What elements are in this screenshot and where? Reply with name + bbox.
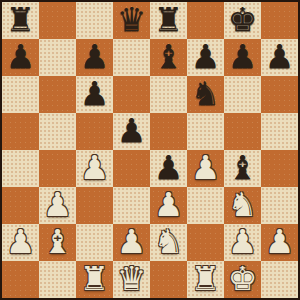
white-pawn: ♟ — [80, 151, 110, 184]
square-d5[interactable]: ♟ — [113, 113, 150, 150]
square-d3[interactable] — [113, 187, 150, 224]
square-h8[interactable] — [261, 2, 298, 39]
square-h4[interactable] — [261, 150, 298, 187]
square-f1[interactable]: ♜ — [187, 261, 224, 298]
black-pawn: ♟ — [80, 77, 110, 110]
square-a8[interactable]: ♜ — [2, 2, 39, 39]
white-knight: ♞ — [154, 225, 184, 258]
white-bishop: ♝ — [43, 225, 73, 258]
square-f7[interactable]: ♟ — [187, 39, 224, 76]
square-e4[interactable]: ♟ — [150, 150, 187, 187]
square-f8[interactable] — [187, 2, 224, 39]
square-e7[interactable]: ♝ — [150, 39, 187, 76]
black-rook: ♜ — [6, 3, 36, 36]
square-b8[interactable] — [39, 2, 76, 39]
white-pawn: ♟ — [265, 225, 295, 258]
square-c5[interactable] — [76, 113, 113, 150]
square-d7[interactable] — [113, 39, 150, 76]
square-a1[interactable] — [2, 261, 39, 298]
square-e6[interactable] — [150, 76, 187, 113]
square-a3[interactable] — [2, 187, 39, 224]
square-d2[interactable]: ♟ — [113, 224, 150, 261]
white-rook: ♜ — [80, 262, 110, 295]
square-g7[interactable]: ♟ — [224, 39, 261, 76]
white-pawn: ♟ — [117, 225, 147, 258]
square-a6[interactable] — [2, 76, 39, 113]
square-g6[interactable] — [224, 76, 261, 113]
black-queen: ♛ — [117, 3, 147, 36]
square-c7[interactable]: ♟ — [76, 39, 113, 76]
square-d1[interactable]: ♛ — [113, 261, 150, 298]
black-knight: ♞ — [191, 77, 221, 110]
square-f2[interactable] — [187, 224, 224, 261]
square-f4[interactable]: ♟ — [187, 150, 224, 187]
square-b7[interactable] — [39, 39, 76, 76]
chess-board: ♜♛♜♚♟♟♝♟♟♟♟♞♟♟♟♟♝♟♟♞♟♝♟♞♟♟♜♛♜♚ — [0, 0, 300, 300]
square-f3[interactable] — [187, 187, 224, 224]
square-e5[interactable] — [150, 113, 187, 150]
square-f5[interactable] — [187, 113, 224, 150]
black-pawn: ♟ — [117, 114, 147, 147]
white-pawn: ♟ — [43, 188, 73, 221]
square-h5[interactable] — [261, 113, 298, 150]
square-g2[interactable]: ♟ — [224, 224, 261, 261]
white-knight: ♞ — [228, 188, 258, 221]
square-a2[interactable]: ♟ — [2, 224, 39, 261]
square-b6[interactable] — [39, 76, 76, 113]
square-d6[interactable] — [113, 76, 150, 113]
square-h2[interactable]: ♟ — [261, 224, 298, 261]
square-c4[interactable]: ♟ — [76, 150, 113, 187]
square-b5[interactable] — [39, 113, 76, 150]
square-h7[interactable]: ♟ — [261, 39, 298, 76]
white-pawn: ♟ — [154, 188, 184, 221]
square-c6[interactable]: ♟ — [76, 76, 113, 113]
black-pawn: ♟ — [154, 151, 184, 184]
square-c1[interactable]: ♜ — [76, 261, 113, 298]
square-f6[interactable]: ♞ — [187, 76, 224, 113]
square-e1[interactable] — [150, 261, 187, 298]
square-g1[interactable]: ♚ — [224, 261, 261, 298]
square-b4[interactable] — [39, 150, 76, 187]
black-pawn: ♟ — [228, 40, 258, 73]
black-pawn: ♟ — [265, 40, 295, 73]
black-bishop: ♝ — [228, 151, 258, 184]
black-rook: ♜ — [154, 3, 184, 36]
square-e8[interactable]: ♜ — [150, 2, 187, 39]
square-e3[interactable]: ♟ — [150, 187, 187, 224]
chess-board-wrap: ♜♛♜♚♟♟♝♟♟♟♟♞♟♟♟♟♝♟♟♞♟♝♟♞♟♟♜♛♜♚ — [0, 0, 300, 300]
square-d4[interactable] — [113, 150, 150, 187]
square-b3[interactable]: ♟ — [39, 187, 76, 224]
square-h1[interactable] — [261, 261, 298, 298]
square-g5[interactable] — [224, 113, 261, 150]
white-pawn: ♟ — [191, 151, 221, 184]
white-queen: ♛ — [117, 262, 147, 295]
white-pawn: ♟ — [228, 225, 258, 258]
square-g4[interactable]: ♝ — [224, 150, 261, 187]
square-e2[interactable]: ♞ — [150, 224, 187, 261]
square-h6[interactable] — [261, 76, 298, 113]
square-a4[interactable] — [2, 150, 39, 187]
white-pawn: ♟ — [6, 225, 36, 258]
black-bishop: ♝ — [154, 40, 184, 73]
square-b1[interactable] — [39, 261, 76, 298]
square-b2[interactable]: ♝ — [39, 224, 76, 261]
square-c3[interactable] — [76, 187, 113, 224]
black-king: ♚ — [228, 3, 258, 36]
square-a7[interactable]: ♟ — [2, 39, 39, 76]
black-pawn: ♟ — [191, 40, 221, 73]
square-d8[interactable]: ♛ — [113, 2, 150, 39]
square-c8[interactable] — [76, 2, 113, 39]
square-c2[interactable] — [76, 224, 113, 261]
square-h3[interactable] — [261, 187, 298, 224]
square-a5[interactable] — [2, 113, 39, 150]
white-king: ♚ — [228, 262, 258, 295]
square-g3[interactable]: ♞ — [224, 187, 261, 224]
black-pawn: ♟ — [6, 40, 36, 73]
black-pawn: ♟ — [80, 40, 110, 73]
white-rook: ♜ — [191, 262, 221, 295]
square-g8[interactable]: ♚ — [224, 2, 261, 39]
